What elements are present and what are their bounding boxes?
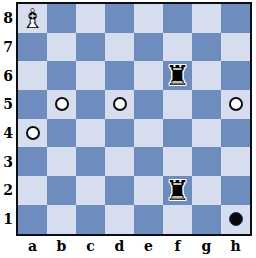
square-a1[interactable] bbox=[18, 205, 47, 234]
square-g8[interactable] bbox=[192, 4, 221, 33]
square-b1[interactable] bbox=[47, 205, 76, 234]
chess-diagram: 87654321 ♝♗♜♜ abcdefgh bbox=[0, 0, 256, 258]
square-d2[interactable] bbox=[105, 176, 134, 205]
square-h2[interactable] bbox=[221, 176, 250, 205]
square-c2[interactable] bbox=[76, 176, 105, 205]
rank-label-5: 5 bbox=[0, 90, 16, 119]
file-label-e: e bbox=[134, 236, 163, 256]
square-h6[interactable] bbox=[221, 61, 250, 90]
file-label-d: d bbox=[105, 236, 134, 256]
file-label-g: g bbox=[192, 236, 221, 256]
black-rook-f2[interactable]: ♜ bbox=[165, 177, 189, 204]
black-dot-annotation-h1 bbox=[229, 212, 243, 226]
square-f2[interactable]: ♜ bbox=[163, 176, 192, 205]
rank-label-7: 7 bbox=[0, 33, 16, 62]
black-rook-f6[interactable]: ♜ bbox=[165, 62, 189, 89]
square-f5[interactable] bbox=[163, 90, 192, 119]
square-b4[interactable] bbox=[47, 119, 76, 148]
square-h1[interactable] bbox=[221, 205, 250, 234]
square-g5[interactable] bbox=[192, 90, 221, 119]
rank-label-2: 2 bbox=[0, 176, 16, 205]
square-f3[interactable] bbox=[163, 147, 192, 176]
square-c8[interactable] bbox=[76, 4, 105, 33]
rank-label-8: 8 bbox=[0, 4, 16, 33]
file-label-c: c bbox=[76, 236, 105, 256]
white-bishop-outline: ♗ bbox=[19, 5, 46, 32]
square-d3[interactable] bbox=[105, 147, 134, 176]
square-b7[interactable] bbox=[47, 33, 76, 62]
square-c5[interactable] bbox=[76, 90, 105, 119]
square-h5[interactable] bbox=[221, 90, 250, 119]
square-d7[interactable] bbox=[105, 33, 134, 62]
white-circle-annotation-a4 bbox=[26, 126, 40, 140]
square-c1[interactable] bbox=[76, 205, 105, 234]
square-g1[interactable] bbox=[192, 205, 221, 234]
square-f7[interactable] bbox=[163, 33, 192, 62]
square-f8[interactable] bbox=[163, 4, 192, 33]
square-e6[interactable] bbox=[134, 61, 163, 90]
white-circle-annotation-h5 bbox=[229, 97, 243, 111]
square-h8[interactable] bbox=[221, 4, 250, 33]
rank-label-3: 3 bbox=[0, 147, 16, 176]
white-circle-annotation-d5 bbox=[113, 97, 127, 111]
square-a3[interactable] bbox=[18, 147, 47, 176]
file-label-h: h bbox=[221, 236, 250, 256]
square-e4[interactable] bbox=[134, 119, 163, 148]
square-a5[interactable] bbox=[18, 90, 47, 119]
square-g2[interactable] bbox=[192, 176, 221, 205]
rank-label-1: 1 bbox=[0, 205, 16, 234]
file-label-a: a bbox=[18, 236, 47, 256]
rank-labels: 87654321 bbox=[0, 4, 16, 234]
square-h3[interactable] bbox=[221, 147, 250, 176]
square-a2[interactable] bbox=[18, 176, 47, 205]
square-e2[interactable] bbox=[134, 176, 163, 205]
square-f4[interactable] bbox=[163, 119, 192, 148]
rank-label-6: 6 bbox=[0, 61, 16, 90]
square-d5[interactable] bbox=[105, 90, 134, 119]
square-b6[interactable] bbox=[47, 61, 76, 90]
file-label-f: f bbox=[163, 236, 192, 256]
square-d1[interactable] bbox=[105, 205, 134, 234]
square-h4[interactable] bbox=[221, 119, 250, 148]
square-f1[interactable] bbox=[163, 205, 192, 234]
square-b8[interactable] bbox=[47, 4, 76, 33]
square-e5[interactable] bbox=[134, 90, 163, 119]
square-c4[interactable] bbox=[76, 119, 105, 148]
square-g3[interactable] bbox=[192, 147, 221, 176]
square-c3[interactable] bbox=[76, 147, 105, 176]
square-e1[interactable] bbox=[134, 205, 163, 234]
rank-label-4: 4 bbox=[0, 119, 16, 148]
square-e3[interactable] bbox=[134, 147, 163, 176]
square-d4[interactable] bbox=[105, 119, 134, 148]
square-e8[interactable] bbox=[134, 4, 163, 33]
square-c7[interactable] bbox=[76, 33, 105, 62]
square-b2[interactable] bbox=[47, 176, 76, 205]
white-circle-annotation-b5 bbox=[55, 97, 69, 111]
square-c6[interactable] bbox=[76, 61, 105, 90]
square-g4[interactable] bbox=[192, 119, 221, 148]
file-label-b: b bbox=[47, 236, 76, 256]
square-d6[interactable] bbox=[105, 61, 134, 90]
square-a6[interactable] bbox=[18, 61, 47, 90]
file-labels: abcdefgh bbox=[18, 236, 250, 256]
square-a8[interactable]: ♝♗ bbox=[18, 4, 47, 33]
square-d8[interactable] bbox=[105, 4, 134, 33]
square-b5[interactable] bbox=[47, 90, 76, 119]
white-bishop-a8[interactable]: ♝♗ bbox=[19, 5, 46, 32]
square-g6[interactable] bbox=[192, 61, 221, 90]
square-h7[interactable] bbox=[221, 33, 250, 62]
square-a4[interactable] bbox=[18, 119, 47, 148]
square-a7[interactable] bbox=[18, 33, 47, 62]
square-b3[interactable] bbox=[47, 147, 76, 176]
square-g7[interactable] bbox=[192, 33, 221, 62]
square-f6[interactable]: ♜ bbox=[163, 61, 192, 90]
square-e7[interactable] bbox=[134, 33, 163, 62]
board: ♝♗♜♜ bbox=[16, 2, 252, 236]
